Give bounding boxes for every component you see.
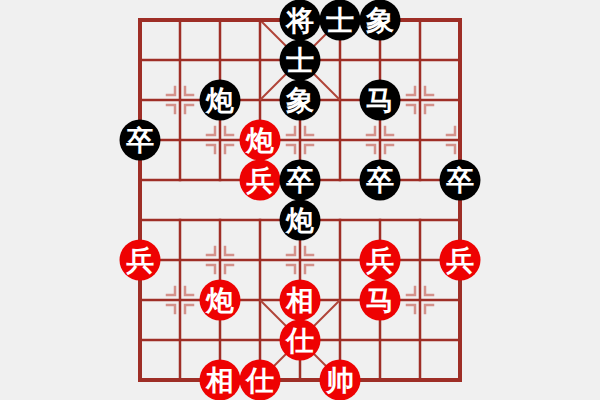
piece-red-soldier[interactable]: 兵 [240,160,281,201]
piece-red-elephant[interactable]: 相 [200,360,241,400]
piece-black-elephant[interactable]: 象 [280,80,321,121]
piece-red-advisor[interactable]: 仕 [280,320,321,361]
piece-red-elephant[interactable]: 相 [280,280,321,321]
board-background: 将士象士炮象马卒炮兵卒卒卒炮兵兵兵炮相马仕相仕帅 [0,0,600,400]
piece-black-horse[interactable]: 马 [360,80,401,121]
piece-red-cannon[interactable]: 炮 [200,280,241,321]
piece-red-soldier[interactable]: 兵 [120,240,161,281]
piece-black-cannon[interactable]: 炮 [280,200,321,241]
piece-red-advisor[interactable]: 仕 [240,360,281,400]
piece-black-soldier[interactable]: 卒 [360,160,401,201]
piece-red-horse[interactable]: 马 [360,280,401,321]
piece-red-cannon[interactable]: 炮 [240,120,281,161]
piece-black-soldier[interactable]: 卒 [280,160,321,201]
piece-red-general[interactable]: 帅 [320,360,361,400]
piece-black-elephant[interactable]: 象 [360,0,401,41]
piece-red-soldier[interactable]: 兵 [360,240,401,281]
piece-red-soldier[interactable]: 兵 [440,240,481,281]
piece-black-cannon[interactable]: 炮 [200,80,241,121]
piece-black-soldier[interactable]: 卒 [120,120,161,161]
piece-black-soldier[interactable]: 卒 [440,160,481,201]
piece-black-advisor[interactable]: 士 [320,0,361,41]
xiangqi-board[interactable]: 将士象士炮象马卒炮兵卒卒卒炮兵兵兵炮相马仕相仕帅 [0,0,600,400]
piece-black-advisor[interactable]: 士 [280,40,321,81]
piece-black-general[interactable]: 将 [280,0,321,41]
